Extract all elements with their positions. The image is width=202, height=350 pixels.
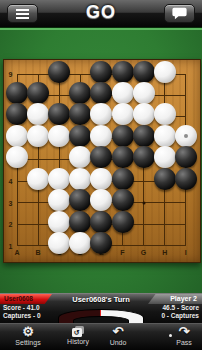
stone-black [48,61,70,83]
gear-icon: ⚙ [22,324,34,339]
player1-score: Score - 41.0 [3,304,40,311]
stone-black [69,125,91,147]
stone-white [27,103,49,125]
player2-captures: 0 - Captures [161,312,199,319]
player1-captures: Captures - 0 [3,312,41,319]
stone-white [69,232,91,254]
board-coordinate-label: 4 [9,178,13,185]
stone-white [90,125,112,147]
stone-white [154,125,176,147]
stone-white [6,125,28,147]
history-button[interactable]: ↺ History [58,324,98,350]
stone-black [90,146,112,168]
stone-black [90,82,112,104]
stone-white [69,168,91,190]
board-coordinate-label: 1 [9,242,13,249]
stone-black [112,211,134,233]
settings-button[interactable]: ⚙ Settings [8,324,48,350]
undo-button[interactable]: ↶ Undo [100,324,136,350]
board-coordinate-label: 3 [9,199,13,206]
top-nav-bar: GO [0,0,202,28]
undo-arrow-icon: ↶ [113,324,124,339]
stone-white [112,103,134,125]
stone-white [48,232,70,254]
stone-black [112,168,134,190]
bottom-toolbar: ⚙ Settings ↺ History ↶ Undo ↷ Pass [0,323,202,350]
score-balance-gauge [58,309,144,324]
app-screen: GO 987654321ABCDEFGHI User0608 User0608'… [0,0,202,350]
star-point [142,201,145,204]
stone-black [27,82,49,104]
board-coordinate-label: 9 [9,71,13,78]
board-coordinate-label: H [162,249,167,256]
stone-white [27,168,49,190]
pass-button[interactable]: ↷ Pass [168,324,200,350]
undo-label: Undo [110,339,127,347]
settings-label: Settings [15,339,40,347]
stone-black [154,168,176,190]
history-icon: ↺ [72,326,85,338]
pass-label: Pass [176,339,192,347]
last-move-marker [184,134,188,138]
stone-white [133,103,155,125]
stone-black [69,103,91,125]
stone-black [112,61,134,83]
board-coordinate-label: A [14,249,19,256]
stone-black [175,168,197,190]
stone-black [90,232,112,254]
stone-white [48,189,70,211]
stone-white [90,103,112,125]
stone-black [69,82,91,104]
stone-black [112,146,134,168]
board-coordinate-label: I [185,249,187,256]
history-label: History [67,338,89,346]
table-felt: 987654321ABCDEFGHI [0,30,202,293]
stone-black [48,103,70,125]
player2-score: 46.5 - Score [163,304,200,311]
pass-arc-icon: ↷ [179,324,190,339]
stone-black [133,61,155,83]
stone-black [133,146,155,168]
stone-white [27,125,49,147]
stone-white [90,168,112,190]
stone-black [112,189,134,211]
stone-white [154,146,176,168]
stone-black [69,211,91,233]
stone-white [133,82,155,104]
player2-name-tag: Player 2 [148,294,202,304]
stone-black [112,125,134,147]
stone-black [175,146,197,168]
stone-black [133,125,155,147]
pass-ball-dot [169,334,172,337]
stone-white [112,82,134,104]
stone-white [154,103,176,125]
stone-white [48,125,70,147]
status-bar: User0608 User0608's Turn Player 2 Score … [0,293,202,324]
go-board[interactable]: 987654321ABCDEFGHI [3,59,201,263]
board-coordinate-label: 2 [9,221,13,228]
board-coordinate-label: F [120,249,124,256]
stone-black [90,61,112,83]
chat-button[interactable] [164,4,195,23]
stone-white [48,211,70,233]
stone-white [6,146,28,168]
stone-white [154,61,176,83]
stone-white [48,168,70,190]
stone-black [69,189,91,211]
board-coordinate-label: B [36,249,41,256]
board-coordinate-label: G [141,249,146,256]
chat-bubble-icon [172,7,187,20]
stone-white [90,189,112,211]
stone-black [90,211,112,233]
stone-white [69,146,91,168]
stone-black [6,103,28,125]
stone-black [6,82,28,104]
